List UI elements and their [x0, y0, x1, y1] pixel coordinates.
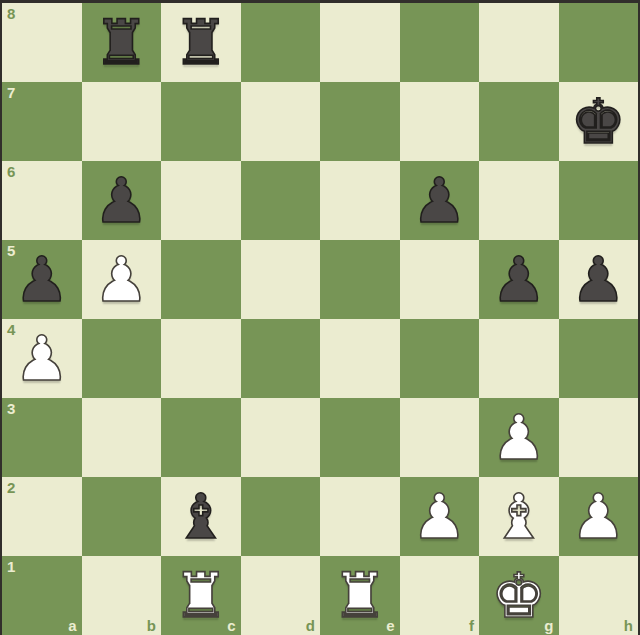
square-b8[interactable]: ♜: [82, 3, 162, 82]
piece-black-bishop[interactable]: ♝: [161, 477, 241, 556]
piece-black-pawn[interactable]: ♟: [2, 240, 82, 319]
square-b6[interactable]: ♟: [82, 161, 162, 240]
square-a5[interactable]: 5♟: [2, 240, 82, 319]
square-h2[interactable]: ♟: [559, 477, 639, 556]
square-e5[interactable]: [320, 240, 400, 319]
square-h8[interactable]: [559, 3, 639, 82]
square-a3[interactable]: 3: [2, 398, 82, 477]
square-h4[interactable]: [559, 319, 639, 398]
file-label-h: h: [624, 617, 633, 634]
piece-white-pawn[interactable]: ♟: [559, 477, 639, 556]
square-a8[interactable]: 8: [2, 3, 82, 82]
piece-black-king[interactable]: ♚: [559, 82, 639, 161]
square-g5[interactable]: ♟: [479, 240, 559, 319]
square-b2[interactable]: [82, 477, 162, 556]
file-label-f: f: [469, 617, 474, 634]
rank-label-7: 7: [7, 84, 15, 101]
square-f4[interactable]: [400, 319, 480, 398]
square-h7[interactable]: ♚: [559, 82, 639, 161]
piece-black-rook[interactable]: ♜: [161, 3, 241, 82]
square-e3[interactable]: [320, 398, 400, 477]
square-h1[interactable]: h: [559, 556, 639, 635]
square-d1[interactable]: d: [241, 556, 321, 635]
piece-black-pawn[interactable]: ♟: [400, 161, 480, 240]
square-e4[interactable]: [320, 319, 400, 398]
square-g1[interactable]: g♚: [479, 556, 559, 635]
square-e6[interactable]: [320, 161, 400, 240]
piece-white-pawn[interactable]: ♟: [479, 398, 559, 477]
piece-white-bishop[interactable]: ♝: [479, 477, 559, 556]
square-c4[interactable]: [161, 319, 241, 398]
square-a2[interactable]: 2: [2, 477, 82, 556]
rank-label-2: 2: [7, 479, 15, 496]
rank-label-8: 8: [7, 5, 15, 22]
piece-white-rook[interactable]: ♜: [320, 556, 400, 635]
square-c6[interactable]: [161, 161, 241, 240]
square-c3[interactable]: [161, 398, 241, 477]
square-h5[interactable]: ♟: [559, 240, 639, 319]
rank-label-6: 6: [7, 163, 15, 180]
square-b1[interactable]: b: [82, 556, 162, 635]
square-d8[interactable]: [241, 3, 321, 82]
square-b3[interactable]: [82, 398, 162, 477]
square-d3[interactable]: [241, 398, 321, 477]
square-f3[interactable]: [400, 398, 480, 477]
piece-black-pawn[interactable]: ♟: [82, 161, 162, 240]
square-b4[interactable]: [82, 319, 162, 398]
square-g7[interactable]: [479, 82, 559, 161]
square-a7[interactable]: 7: [2, 82, 82, 161]
piece-white-pawn[interactable]: ♟: [400, 477, 480, 556]
chess-board: 8♜♜7♚6♟♟5♟♟♟♟4♟3♟2♝♟♝♟1abc♜de♜fg♚h: [2, 3, 638, 635]
square-f7[interactable]: [400, 82, 480, 161]
piece-black-rook[interactable]: ♜: [82, 3, 162, 82]
square-e7[interactable]: [320, 82, 400, 161]
square-a6[interactable]: 6: [2, 161, 82, 240]
square-f6[interactable]: ♟: [400, 161, 480, 240]
file-label-a: a: [68, 617, 76, 634]
square-e8[interactable]: [320, 3, 400, 82]
square-d6[interactable]: [241, 161, 321, 240]
square-f5[interactable]: [400, 240, 480, 319]
piece-black-pawn[interactable]: ♟: [479, 240, 559, 319]
square-c8[interactable]: ♜: [161, 3, 241, 82]
file-label-d: d: [306, 617, 315, 634]
square-g2[interactable]: ♝: [479, 477, 559, 556]
square-g3[interactable]: ♟: [479, 398, 559, 477]
square-e2[interactable]: [320, 477, 400, 556]
square-d4[interactable]: [241, 319, 321, 398]
square-h6[interactable]: [559, 161, 639, 240]
piece-white-rook[interactable]: ♜: [161, 556, 241, 635]
square-c1[interactable]: c♜: [161, 556, 241, 635]
square-g8[interactable]: [479, 3, 559, 82]
square-g4[interactable]: [479, 319, 559, 398]
square-c2[interactable]: ♝: [161, 477, 241, 556]
square-a1[interactable]: 1a: [2, 556, 82, 635]
piece-black-pawn[interactable]: ♟: [559, 240, 639, 319]
square-d2[interactable]: [241, 477, 321, 556]
board-frame: 8♜♜7♚6♟♟5♟♟♟♟4♟3♟2♝♟♝♟1abc♜de♜fg♚h: [2, 3, 638, 635]
square-f2[interactable]: ♟: [400, 477, 480, 556]
square-c5[interactable]: [161, 240, 241, 319]
piece-white-pawn[interactable]: ♟: [82, 240, 162, 319]
square-c7[interactable]: [161, 82, 241, 161]
rank-label-1: 1: [7, 558, 15, 575]
rank-label-3: 3: [7, 400, 15, 417]
square-b5[interactable]: ♟: [82, 240, 162, 319]
square-f1[interactable]: f: [400, 556, 480, 635]
file-label-b: b: [147, 617, 156, 634]
piece-white-king[interactable]: ♚: [479, 556, 559, 635]
square-d7[interactable]: [241, 82, 321, 161]
square-a4[interactable]: 4♟: [2, 319, 82, 398]
square-g6[interactable]: [479, 161, 559, 240]
square-b7[interactable]: [82, 82, 162, 161]
piece-white-pawn[interactable]: ♟: [2, 319, 82, 398]
square-d5[interactable]: [241, 240, 321, 319]
square-e1[interactable]: e♜: [320, 556, 400, 635]
square-f8[interactable]: [400, 3, 480, 82]
square-h3[interactable]: [559, 398, 639, 477]
